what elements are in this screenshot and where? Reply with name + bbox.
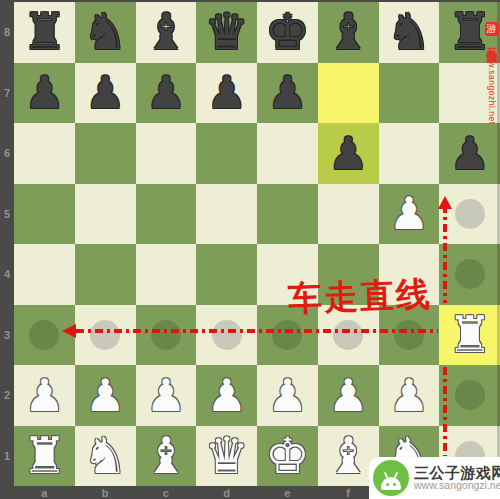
rank-label-1: 1 — [0, 426, 14, 487]
up-arrowhead-icon — [438, 196, 452, 209]
move-dot-g3[interactable] — [394, 320, 424, 350]
square-a6[interactable] — [14, 123, 75, 184]
watermark-vertical-url: www.sangozhi.net — [487, 48, 497, 125]
square-b4[interactable] — [75, 244, 136, 305]
white-pawn-e2[interactable]: ♟ — [257, 365, 318, 426]
white-pawn-c2[interactable]: ♟ — [136, 365, 197, 426]
square-d1[interactable]: ♛ — [196, 426, 257, 487]
white-rook-h3[interactable]: ♜ — [439, 305, 500, 366]
annotation-text: 车走直线 — [287, 272, 433, 323]
square-c3[interactable] — [136, 305, 197, 366]
square-d7[interactable]: ♟ — [196, 63, 257, 124]
square-a2[interactable]: ♟ — [14, 365, 75, 426]
chess-app-screenshot: 87654321 abcdefgh ♜♞♝♛♚♝♞♜♟♟♟♟♟♟♟♟♜♟♟♟♟♟… — [0, 0, 500, 499]
square-b7[interactable]: ♟ — [75, 63, 136, 124]
square-h3[interactable]: ♜ — [439, 305, 500, 366]
watermark-vertical: 游 三公子游戏网 www.sangozhi.net — [484, 22, 499, 125]
white-pawn-f2[interactable]: ♟ — [318, 365, 379, 426]
square-a4[interactable] — [14, 244, 75, 305]
black-rook-a8[interactable]: ♜ — [14, 2, 75, 63]
rank-label-8: 8 — [0, 2, 14, 63]
rank-label-6: 6 — [0, 123, 14, 184]
black-bishop-f8[interactable]: ♝ — [318, 2, 379, 63]
square-d2[interactable]: ♟ — [196, 365, 257, 426]
square-d4[interactable] — [196, 244, 257, 305]
black-pawn-f6[interactable]: ♟ — [318, 123, 379, 184]
black-pawn-c7[interactable]: ♟ — [136, 63, 197, 124]
left-arrowhead-icon — [62, 324, 76, 338]
square-e8[interactable]: ♚ — [257, 2, 318, 63]
file-label-e: e — [257, 486, 318, 499]
move-dot-c3[interactable] — [151, 320, 181, 350]
square-d5[interactable] — [196, 184, 257, 245]
watermark-vertical-title: 三公子游戏网 — [484, 39, 499, 45]
black-pawn-h6[interactable]: ♟ — [439, 123, 500, 184]
white-bishop-c1[interactable]: ♝ — [136, 426, 197, 487]
black-king-e8[interactable]: ♚ — [257, 2, 318, 63]
black-knight-g8[interactable]: ♞ — [379, 2, 440, 63]
square-g5[interactable]: ♟ — [379, 184, 440, 245]
move-dot-h5[interactable] — [455, 199, 485, 229]
move-dot-h2[interactable] — [455, 380, 485, 410]
square-c1[interactable]: ♝ — [136, 426, 197, 487]
file-label-a: a — [14, 486, 75, 499]
rank-label-4: 4 — [0, 244, 14, 305]
black-bishop-c8[interactable]: ♝ — [136, 2, 197, 63]
black-pawn-d7[interactable]: ♟ — [196, 63, 257, 124]
square-f6[interactable]: ♟ — [318, 123, 379, 184]
square-e7[interactable]: ♟ — [257, 63, 318, 124]
square-g6[interactable] — [379, 123, 440, 184]
square-e2[interactable]: ♟ — [257, 365, 318, 426]
white-queen-d1[interactable]: ♛ — [196, 426, 257, 487]
black-pawn-b7[interactable]: ♟ — [75, 63, 136, 124]
square-b5[interactable] — [75, 184, 136, 245]
white-pawn-g5[interactable]: ♟ — [379, 184, 440, 245]
square-c8[interactable]: ♝ — [136, 2, 197, 63]
android-logo-icon — [373, 460, 409, 496]
square-a7[interactable]: ♟ — [14, 63, 75, 124]
watermark-seal-icon: 游 — [485, 22, 499, 36]
move-dot-e3[interactable] — [272, 320, 302, 350]
white-rook-a1[interactable]: ♜ — [14, 426, 75, 487]
square-g8[interactable]: ♞ — [379, 2, 440, 63]
white-knight-b1[interactable]: ♞ — [75, 426, 136, 487]
file-label-d: d — [196, 486, 257, 499]
white-king-e1[interactable]: ♚ — [257, 426, 318, 487]
square-h2[interactable] — [439, 365, 500, 426]
rook-up-arrow-line-lower — [443, 367, 447, 456]
square-a8[interactable]: ♜ — [14, 2, 75, 63]
move-dot-d3[interactable] — [212, 320, 242, 350]
square-h6[interactable]: ♟ — [439, 123, 500, 184]
square-e1[interactable]: ♚ — [257, 426, 318, 487]
move-dot-f3[interactable] — [333, 320, 363, 350]
square-g7[interactable] — [379, 63, 440, 124]
square-c4[interactable] — [136, 244, 197, 305]
black-queen-d8[interactable]: ♛ — [196, 2, 257, 63]
square-d8[interactable]: ♛ — [196, 2, 257, 63]
watermark-site-name: 三公子游戏网 — [414, 465, 500, 481]
board: ♜♞♝♛♚♝♞♜♟♟♟♟♟♟♟♟♜♟♟♟♟♟♟♟♜♞♝♛♚♝♞ — [14, 2, 500, 486]
square-e6[interactable] — [257, 123, 318, 184]
black-knight-b8[interactable]: ♞ — [75, 2, 136, 63]
white-pawn-d2[interactable]: ♟ — [196, 365, 257, 426]
white-pawn-g2[interactable]: ♟ — [379, 365, 440, 426]
square-f7[interactable] — [318, 63, 379, 124]
square-h5[interactable] — [439, 184, 500, 245]
move-dot-h4[interactable] — [455, 259, 485, 289]
rook-up-arrow-line-upper — [443, 205, 447, 303]
watermark-banner: 三公子游戏网 www.sangongzi.net — [369, 457, 500, 499]
square-c5[interactable] — [136, 184, 197, 245]
square-f8[interactable]: ♝ — [318, 2, 379, 63]
file-label-b: b — [75, 486, 136, 499]
move-dot-b3[interactable] — [90, 320, 120, 350]
watermark-site-url: www.sangongzi.net — [414, 480, 500, 491]
rank-label-3: 3 — [0, 305, 14, 366]
square-g2[interactable]: ♟ — [379, 365, 440, 426]
square-f2[interactable]: ♟ — [318, 365, 379, 426]
rank-label-7: 7 — [0, 63, 14, 124]
white-pawn-b2[interactable]: ♟ — [75, 365, 136, 426]
rank-label-2: 2 — [0, 365, 14, 426]
square-h4[interactable] — [439, 244, 500, 305]
square-c2[interactable]: ♟ — [136, 365, 197, 426]
move-dot-a3[interactable] — [29, 320, 59, 350]
square-e5[interactable] — [257, 184, 318, 245]
white-pawn-a2[interactable]: ♟ — [14, 365, 75, 426]
rook-left-arrow-line — [76, 329, 438, 333]
square-d3[interactable] — [196, 305, 257, 366]
square-a1[interactable]: ♜ — [14, 426, 75, 487]
square-b1[interactable]: ♞ — [75, 426, 136, 487]
square-b3[interactable] — [75, 305, 136, 366]
rank-label-5: 5 — [0, 184, 14, 245]
square-b8[interactable]: ♞ — [75, 2, 136, 63]
square-d6[interactable] — [196, 123, 257, 184]
square-a5[interactable] — [14, 184, 75, 245]
black-pawn-a7[interactable]: ♟ — [14, 63, 75, 124]
square-c6[interactable] — [136, 123, 197, 184]
square-b2[interactable]: ♟ — [75, 365, 136, 426]
black-pawn-e7[interactable]: ♟ — [257, 63, 318, 124]
file-label-c: c — [136, 486, 197, 499]
square-f5[interactable] — [318, 184, 379, 245]
square-c7[interactable]: ♟ — [136, 63, 197, 124]
square-b6[interactable] — [75, 123, 136, 184]
